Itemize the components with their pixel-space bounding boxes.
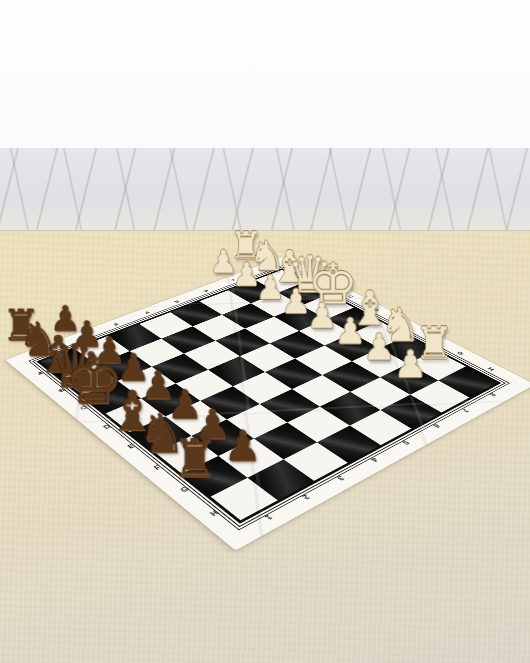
- rank-label-left-5: 5: [170, 298, 184, 304]
- rank-label-right-7: 7: [456, 405, 473, 414]
- chess-mat: AA11BB22CC33DD44EE55FF66GG77HH88♜♞♝♛♚♝♞♜…: [5, 256, 530, 550]
- file-label-top-h: H: [483, 365, 499, 373]
- scene: AA11BB22CC33DD44EE55FF66GG77HH88♜♞♝♛♚♝♞♜…: [0, 0, 530, 663]
- rank-label-right-6: 6: [427, 421, 444, 431]
- piece-light-pawn-e7[interactable]: ♟: [307, 299, 338, 334]
- rank-label-right-5: 5: [397, 437, 414, 447]
- rank-label-right-8: 8: [484, 390, 500, 399]
- rank-label-left-6: 6: [199, 288, 213, 294]
- piece-light-pawn-g7[interactable]: ♟: [363, 329, 396, 365]
- file-label-top-g: G: [452, 349, 467, 357]
- rank-label-right-1: 1: [259, 511, 278, 523]
- rank-label-right-4: 4: [365, 454, 383, 464]
- rank-label-right-2: 2: [296, 491, 315, 503]
- piece-light-pawn-h7[interactable]: ♟: [394, 346, 428, 383]
- rank-label-left-3: 3: [109, 321, 123, 328]
- rank-label-left-4: 4: [140, 310, 154, 317]
- piece-dark-rook-h1[interactable]: ♜: [172, 433, 219, 485]
- rank-label-right-3: 3: [331, 472, 349, 483]
- piece-dark-pawn-h2[interactable]: ♟: [223, 426, 261, 468]
- piece-light-pawn-f7[interactable]: ♟: [334, 314, 366, 349]
